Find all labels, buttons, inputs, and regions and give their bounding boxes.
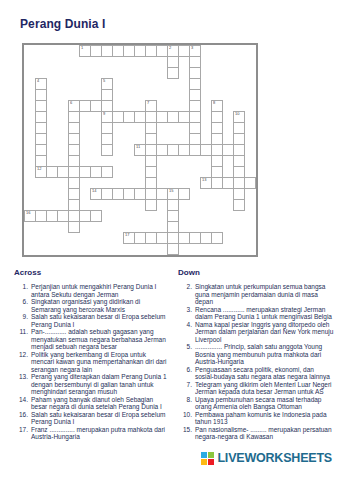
crossword-cell[interactable] [68, 221, 80, 233]
clue-text: Paham yang banyak dianut oleh Sebagian b… [31, 396, 168, 411]
cell-number: 15 [169, 189, 173, 193]
clue-text: Rencana ............ merupakan strategi … [195, 306, 334, 321]
clue-number: 13. [14, 373, 28, 381]
clue-number: 10. [178, 411, 192, 419]
clue-number: 16. [14, 411, 28, 419]
cell-number: 6 [70, 101, 72, 105]
clue-text: Penguasaan secara politik, ekonomi, dan … [195, 366, 334, 381]
across-clue-item: 9.Salah satu kekaisaran besar di Eropa s… [14, 313, 168, 328]
across-clue-item: 6.Singkatan organisasi yang didirikan di… [14, 298, 168, 313]
liveworksheets-logo[interactable]: LIVEWORKSHEETS [201, 451, 332, 465]
clue-number: 17. [14, 426, 28, 434]
crossword-board: 1234567891011121314151617 [22, 43, 258, 257]
logo-icon [201, 452, 214, 465]
clue-number: 9. [14, 313, 28, 321]
across-clue-item: 17.Franz .............. merupakan putra … [14, 426, 168, 441]
clue-number: 3. [178, 306, 192, 314]
clue-number: 2. [178, 283, 192, 291]
down-clue-item: 10.Pembawa paham komunis ke Indonesia pa… [178, 411, 334, 426]
logo-square [201, 459, 207, 465]
down-clue-item: 15.Pan nasionalisme- ......... merupakan… [178, 426, 334, 441]
cell-number: 3 [191, 46, 193, 50]
down-clue-item: 4.Nama kapal pesiar Inggris yang ditorpe… [178, 321, 334, 344]
across-clue-item: 11.Pan-............ adalah sebuah gagasa… [14, 328, 168, 351]
across-clue-item: 14.Paham yang banyak dianut oleh Sebagia… [14, 396, 168, 411]
clue-number: 8. [178, 396, 192, 404]
crossword-cell[interactable] [233, 199, 245, 211]
clue-text: Perang yang diterapkan dalam Perang Duni… [31, 373, 168, 396]
clue-number: 15. [178, 426, 192, 434]
across-clue-item: 16.Salah satu kekaisaran besar di Eropa … [14, 411, 168, 426]
clue-text: Telegram yang dikirim oleh Menteri Luar … [195, 381, 334, 396]
clue-number: 6. [14, 298, 28, 306]
clue-number: 4. [178, 321, 192, 329]
clue-number: 11. [14, 328, 28, 336]
cell-number: 12 [37, 167, 41, 171]
clue-text: Salah satu kekaisaran besar di Eropa seb… [31, 313, 168, 328]
logo-text: LIVEWORKSHEETS [217, 451, 332, 465]
clue-text: Politik yang berkembang di Eropa untuk m… [31, 351, 168, 374]
clue-number: 7. [178, 381, 192, 389]
down-clue-item: 8.Upaya pembunuhan secara masal terhadap… [178, 396, 334, 411]
clue-text: Pan-............ adalah sebuah gagasan y… [31, 328, 168, 351]
clue-text: Pan nasionalisme- ......... merupakan pe… [195, 426, 334, 441]
crossword-cell[interactable] [244, 177, 256, 189]
down-clues: 2.Singkatan untuk perkumpulan semua bang… [178, 283, 334, 441]
down-clue-item: 5................ Princip, salah satu an… [178, 343, 334, 366]
down-clue-item: 6.Penguasaan secara politik, ekonomi, da… [178, 366, 334, 381]
cell-number: 10 [235, 112, 239, 116]
across-clue-item: 1.Perjanjian untuk mengakhiri Perang Dun… [14, 283, 168, 298]
cell-number: 7 [147, 101, 149, 105]
cell-number: 2 [169, 46, 171, 50]
cell-number: 5 [103, 79, 105, 83]
cell-number: 11 [136, 145, 140, 149]
down-clue-item: 2.Singkatan untuk perkumpulan semua bang… [178, 283, 334, 306]
worksheet-page: { "title": "Perang Dunia I", "game": "cr… [0, 0, 340, 480]
logo-square [201, 452, 207, 458]
cell-number: 17 [125, 233, 129, 237]
clue-text: Franz .............. merupakan putra mah… [31, 426, 168, 441]
across-clue-item: 13.Perang yang diterapkan dalam Perang D… [14, 373, 168, 396]
crossword-cell[interactable] [211, 232, 223, 244]
down-section: Down 2.Singkatan untuk perkumpulan semua… [178, 268, 334, 441]
crossword-cell[interactable] [90, 210, 102, 222]
clue-text: Singkatan untuk perkumpulan semua bangsa… [195, 283, 334, 306]
clue-text: Upaya pembunuhan secara masal terhadap o… [195, 396, 334, 411]
crossword-cell[interactable] [145, 199, 157, 211]
clue-text: Perjanjian untuk mengakhiri Perang Dunia… [31, 283, 168, 298]
clue-number: 14. [14, 396, 28, 404]
page-title: Perang Dunia I [20, 17, 105, 31]
crossword-grid: 1234567891011121314151617 [24, 45, 256, 255]
down-clue-item: 7.Telegram yang dikirim oleh Menteri Lua… [178, 381, 334, 396]
down-clue-item: 3.Rencana ............ merupakan strateg… [178, 306, 334, 321]
clue-text: Salah satu kekaisaran besar di Eropa seb… [31, 411, 168, 426]
clue-text: ............... Princip, salah satu angg… [195, 343, 334, 366]
crossword-cell[interactable] [178, 188, 190, 200]
clue-text: Nama kapal pesiar Inggris yang ditorpedo… [195, 321, 334, 344]
crossword-cell[interactable] [101, 166, 113, 178]
across-header: Across [14, 268, 168, 277]
clue-number: 6. [178, 366, 192, 374]
cell-number: 8 [213, 101, 215, 105]
crossword-cell[interactable] [167, 243, 179, 255]
clue-number: 5. [178, 343, 192, 351]
across-clue-item: 12.Politik yang berkembang di Eropa untu… [14, 351, 168, 374]
logo-square [208, 452, 214, 458]
cell-number: 4 [37, 79, 39, 83]
across-section: Across 1.Perjanjian untuk mengakhiri Per… [14, 268, 168, 441]
down-header: Down [178, 268, 334, 277]
crossword-cell[interactable] [167, 67, 179, 79]
crossword-cell[interactable] [101, 144, 113, 156]
cell-number: 14 [92, 189, 96, 193]
across-clues: 1.Perjanjian untuk mengakhiri Perang Dun… [14, 283, 168, 441]
clue-text: Pembawa paham komunis ke Indonesia pada … [195, 411, 334, 426]
cell-number: 13 [202, 178, 206, 182]
cell-number: 9 [103, 112, 105, 116]
cell-number: 16 [26, 211, 30, 215]
logo-square [208, 459, 214, 465]
clue-number: 12. [14, 351, 28, 359]
cell-number: 1 [81, 46, 83, 50]
clue-number: 1. [14, 283, 28, 291]
clue-text: Singkatan organisasi yang didirikan di S… [31, 298, 168, 313]
